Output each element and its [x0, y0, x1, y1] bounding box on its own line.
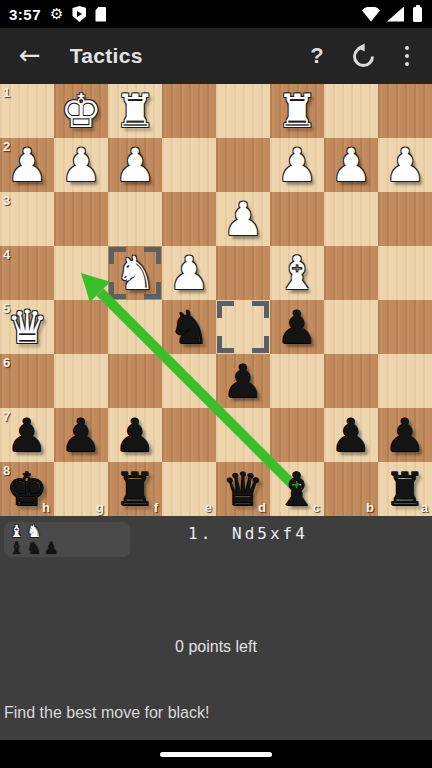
- empty-g5: [54, 300, 108, 354]
- move-number: 1.: [188, 524, 213, 543]
- piece-wR-c1[interactable]: ♜: [270, 84, 324, 138]
- piece-wQ-h5[interactable]: ♛: [0, 300, 54, 354]
- piece-bN-e5[interactable]: ♞: [162, 300, 216, 354]
- board-pieces: ♚♜♜♟♟♟♟♟♟♟♞♟♝♛♞♟♟♟♟♟♟♟♚♜♛♝♜: [0, 84, 432, 516]
- cell-signal-icon: [387, 7, 404, 22]
- piece-wP-e4[interactable]: ♟: [162, 246, 216, 300]
- piece-bR-a8[interactable]: ♜: [378, 462, 432, 516]
- captured-piece-bP: ♟: [44, 540, 59, 557]
- piece-wB-c4[interactable]: ♝: [270, 246, 324, 300]
- empty-e3: [162, 192, 216, 246]
- empty-a1: [378, 84, 432, 138]
- piece-wP-f2[interactable]: ♟: [108, 138, 162, 192]
- piece-wK-g1[interactable]: ♚: [54, 84, 108, 138]
- piece-bP-d6[interactable]: ♟: [216, 354, 270, 408]
- empty-b4: [324, 246, 378, 300]
- empty-b8: [324, 462, 378, 516]
- screen: 3:57 ⚙ ← Tactics ? 12345678hgfedcba: [0, 0, 432, 768]
- piece-bP-h7[interactable]: ♟: [0, 408, 54, 462]
- empty-c7: [270, 408, 324, 462]
- move-san: Nd5xf4: [232, 524, 308, 543]
- empty-a5: [378, 300, 432, 354]
- empty-a6: [378, 354, 432, 408]
- retry-icon: [350, 43, 377, 70]
- piece-bR-f8[interactable]: ♜: [108, 462, 162, 516]
- play-protect-shield-icon: [72, 6, 86, 22]
- piece-wR-f1[interactable]: ♜: [108, 84, 162, 138]
- back-button[interactable]: ←: [0, 42, 41, 70]
- empty-c3: [270, 192, 324, 246]
- empty-d7: [216, 408, 270, 462]
- empty-h1: [0, 84, 54, 138]
- piece-bP-b7[interactable]: ♟: [324, 408, 378, 462]
- captured-pieces-tray: ♝♞ ♝♞♟: [4, 522, 130, 557]
- piece-wP-d3[interactable]: ♟: [216, 192, 270, 246]
- chess-board[interactable]: 12345678hgfedcba ♚♜♜♟♟♟♟♟♟♟♞♟♝♛♞♟♟♟♟♟♟♟♚…: [0, 84, 432, 516]
- empty-d4: [216, 246, 270, 300]
- empty-e6: [162, 354, 216, 408]
- status-bar: 3:57 ⚙: [0, 0, 432, 28]
- empty-h6: [0, 354, 54, 408]
- overflow-menu-button[interactable]: [386, 46, 432, 67]
- empty-b6: [324, 354, 378, 408]
- battery-icon: [413, 7, 422, 22]
- empty-a4: [378, 246, 432, 300]
- piece-wP-a2[interactable]: ♟: [378, 138, 432, 192]
- piece-bP-c5[interactable]: ♟: [270, 300, 324, 354]
- empty-d5: [216, 300, 270, 354]
- piece-wP-c2[interactable]: ♟: [270, 138, 324, 192]
- empty-e1: [162, 84, 216, 138]
- page-title: Tactics: [70, 44, 143, 68]
- piece-bP-a7[interactable]: ♟: [378, 408, 432, 462]
- move-list[interactable]: 1. Nd5xf4: [188, 524, 213, 543]
- piece-wP-b2[interactable]: ♟: [324, 138, 378, 192]
- empty-h3: [0, 192, 54, 246]
- empty-g3: [54, 192, 108, 246]
- empty-d1: [216, 84, 270, 138]
- piece-bB-c8[interactable]: ♝: [270, 462, 324, 516]
- sd-card-icon: [95, 7, 106, 22]
- empty-e7: [162, 408, 216, 462]
- piece-wP-g2[interactable]: ♟: [54, 138, 108, 192]
- empty-d2: [216, 138, 270, 192]
- navigation-bar: [0, 740, 432, 768]
- piece-wP-h2[interactable]: ♟: [0, 138, 54, 192]
- empty-a3: [378, 192, 432, 246]
- empty-g4: [54, 246, 108, 300]
- empty-b1: [324, 84, 378, 138]
- piece-bP-g7[interactable]: ♟: [54, 408, 108, 462]
- help-button[interactable]: ?: [294, 43, 340, 69]
- empty-b5: [324, 300, 378, 354]
- empty-g6: [54, 354, 108, 408]
- home-indicator[interactable]: [160, 752, 272, 757]
- wifi-icon: [362, 7, 380, 22]
- empty-g8: [54, 462, 108, 516]
- empty-c6: [270, 354, 324, 408]
- empty-e8: [162, 462, 216, 516]
- empty-f3: [108, 192, 162, 246]
- captured-piece-bB: ♝: [9, 540, 24, 557]
- captured-piece-bN: ♞: [26, 540, 41, 557]
- piece-bQ-d8[interactable]: ♛: [216, 462, 270, 516]
- piece-bK-h8[interactable]: ♚: [0, 462, 54, 516]
- piece-wN-f4[interactable]: ♞: [108, 246, 162, 300]
- empty-e2: [162, 138, 216, 192]
- instruction-text: Find the best move for black!: [4, 704, 209, 722]
- retry-button[interactable]: [340, 43, 386, 70]
- settings-gear-icon: ⚙: [50, 7, 63, 22]
- empty-f6: [108, 354, 162, 408]
- app-bar: ← Tactics ?: [0, 28, 432, 84]
- bottom-panel: ♝♞ ♝♞♟ 1. Nd5xf4 0 points left Find the …: [0, 516, 432, 740]
- clock: 3:57: [9, 6, 41, 23]
- empty-f5: [108, 300, 162, 354]
- piece-bP-f7[interactable]: ♟: [108, 408, 162, 462]
- points-left-text: 0 points left: [0, 638, 432, 656]
- empty-b3: [324, 192, 378, 246]
- empty-h4: [0, 246, 54, 300]
